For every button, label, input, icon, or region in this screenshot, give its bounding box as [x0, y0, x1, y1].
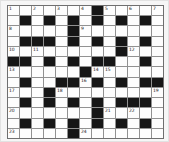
- black-cell: [68, 78, 79, 87]
- white-cell[interactable]: [104, 16, 115, 25]
- white-cell[interactable]: [44, 67, 55, 76]
- black-cell: [92, 6, 103, 15]
- white-cell[interactable]: [104, 129, 115, 138]
- white-cell[interactable]: [20, 67, 31, 76]
- white-cell[interactable]: [32, 16, 43, 25]
- black-cell: [116, 78, 127, 87]
- clue-number: 9: [81, 26, 84, 31]
- clue-number: 1: [9, 6, 12, 11]
- white-cell[interactable]: [116, 108, 127, 117]
- clue-number: 4: [81, 6, 84, 11]
- clue-number: 2: [33, 6, 36, 11]
- white-cell[interactable]: [8, 78, 19, 87]
- white-cell[interactable]: 16: [80, 78, 91, 87]
- white-cell[interactable]: [56, 37, 67, 46]
- white-cell[interactable]: [116, 57, 127, 66]
- white-cell[interactable]: [116, 6, 127, 15]
- white-cell[interactable]: [56, 119, 67, 128]
- white-cell[interactable]: [104, 98, 115, 107]
- clue-number: 16: [81, 78, 86, 83]
- black-cell: [20, 37, 31, 46]
- white-cell[interactable]: [56, 26, 67, 35]
- white-cell[interactable]: [104, 26, 115, 35]
- white-cell[interactable]: [8, 98, 19, 107]
- white-cell[interactable]: [80, 57, 91, 66]
- white-cell[interactable]: [68, 6, 79, 15]
- white-cell[interactable]: [68, 67, 79, 76]
- black-cell: [116, 37, 127, 46]
- clue-number: 14: [93, 67, 98, 72]
- white-cell[interactable]: [140, 67, 151, 76]
- black-cell: [68, 26, 79, 35]
- white-cell[interactable]: 2: [32, 6, 43, 15]
- white-cell[interactable]: 22: [128, 108, 139, 117]
- white-cell[interactable]: [80, 16, 91, 25]
- white-cell[interactable]: [140, 6, 151, 15]
- white-cell[interactable]: [56, 129, 67, 138]
- black-cell: [68, 129, 79, 138]
- black-cell: [140, 16, 151, 25]
- white-cell[interactable]: [116, 88, 127, 97]
- black-cell: [44, 16, 55, 25]
- white-cell[interactable]: [104, 88, 115, 97]
- white-cell[interactable]: [152, 47, 163, 56]
- white-cell[interactable]: [152, 37, 163, 46]
- white-cell[interactable]: [44, 47, 55, 56]
- white-cell[interactable]: [128, 57, 139, 66]
- black-cell: [68, 37, 79, 46]
- white-cell[interactable]: [56, 67, 67, 76]
- black-cell: [20, 78, 31, 87]
- clue-number: 21: [105, 108, 110, 113]
- white-cell[interactable]: [56, 57, 67, 66]
- black-cell: [140, 37, 151, 46]
- white-cell[interactable]: 19: [152, 88, 163, 97]
- white-cell[interactable]: [128, 16, 139, 25]
- clue-number: 12: [129, 47, 134, 52]
- white-cell[interactable]: [8, 119, 19, 128]
- black-cell: [128, 98, 139, 107]
- white-cell[interactable]: 17: [8, 88, 19, 97]
- clue-number: 18: [57, 88, 62, 93]
- black-cell: [140, 78, 151, 87]
- white-cell[interactable]: [80, 88, 91, 97]
- white-cell[interactable]: [32, 57, 43, 66]
- black-cell: [92, 37, 103, 46]
- white-cell[interactable]: [128, 78, 139, 87]
- black-cell: [104, 57, 115, 66]
- clue-number: 10: [9, 47, 14, 52]
- black-cell: [32, 37, 43, 46]
- white-cell[interactable]: 12: [128, 47, 139, 56]
- white-cell[interactable]: [116, 129, 127, 138]
- white-cell[interactable]: 1: [8, 6, 19, 15]
- white-cell[interactable]: 9: [80, 26, 91, 35]
- white-cell[interactable]: [8, 37, 19, 46]
- white-cell[interactable]: [32, 98, 43, 107]
- clue-number: 6: [129, 6, 132, 11]
- white-cell[interactable]: [140, 129, 151, 138]
- white-cell[interactable]: [32, 129, 43, 138]
- black-cell: [140, 98, 151, 107]
- white-cell[interactable]: [80, 47, 91, 56]
- white-cell[interactable]: [104, 47, 115, 56]
- white-cell[interactable]: [152, 26, 163, 35]
- white-cell[interactable]: [128, 26, 139, 35]
- white-cell[interactable]: 11: [32, 47, 43, 56]
- white-cell[interactable]: [92, 26, 103, 35]
- white-cell[interactable]: [32, 78, 43, 87]
- clue-number: 15: [105, 67, 110, 72]
- white-cell[interactable]: [104, 119, 115, 128]
- white-cell[interactable]: [104, 78, 115, 87]
- clue-number: 7: [153, 6, 156, 11]
- white-cell[interactable]: [128, 67, 139, 76]
- white-cell[interactable]: [32, 88, 43, 97]
- white-cell[interactable]: [92, 129, 103, 138]
- white-cell[interactable]: [32, 119, 43, 128]
- clue-number: 20: [9, 108, 14, 113]
- black-cell: [140, 57, 151, 66]
- black-cell: [68, 57, 79, 66]
- white-cell[interactable]: [56, 16, 67, 25]
- black-cell: [116, 16, 127, 25]
- white-cell[interactable]: 10: [8, 47, 19, 56]
- white-cell[interactable]: [20, 88, 31, 97]
- black-cell: [92, 108, 103, 117]
- white-cell[interactable]: [44, 108, 55, 117]
- white-cell[interactable]: 8: [8, 26, 19, 35]
- clue-number: 13: [9, 67, 14, 72]
- white-cell[interactable]: [32, 108, 43, 117]
- white-cell[interactable]: [152, 57, 163, 66]
- white-cell[interactable]: [8, 16, 19, 25]
- clue-number: 8: [9, 26, 12, 31]
- white-cell[interactable]: [116, 26, 127, 35]
- black-cell: [92, 57, 103, 66]
- white-cell[interactable]: [20, 129, 31, 138]
- white-cell[interactable]: [152, 67, 163, 76]
- white-cell[interactable]: [68, 47, 79, 56]
- white-cell[interactable]: [80, 119, 91, 128]
- white-cell[interactable]: 14: [92, 67, 103, 76]
- crossword-page: 123456789101112131415161718192021222324: [0, 0, 169, 142]
- white-cell[interactable]: [128, 129, 139, 138]
- white-cell[interactable]: [92, 47, 103, 56]
- white-cell[interactable]: 7: [152, 6, 163, 15]
- black-cell: [92, 78, 103, 87]
- white-cell[interactable]: [68, 88, 79, 97]
- white-cell[interactable]: [20, 6, 31, 15]
- white-cell[interactable]: [44, 129, 55, 138]
- clue-number: 5: [105, 6, 108, 11]
- white-cell[interactable]: 4: [80, 6, 91, 15]
- white-cell[interactable]: [32, 26, 43, 35]
- white-cell[interactable]: [128, 88, 139, 97]
- black-cell: [8, 57, 19, 66]
- clue-number: 3: [57, 6, 60, 11]
- black-cell: [56, 78, 67, 87]
- black-cell: [44, 88, 55, 97]
- clue-number: 24: [81, 129, 86, 134]
- black-cell: [140, 119, 151, 128]
- black-cell: [92, 98, 103, 107]
- white-cell[interactable]: 18: [56, 88, 67, 97]
- white-cell[interactable]: [152, 129, 163, 138]
- black-cell: [68, 119, 79, 128]
- white-cell[interactable]: [92, 88, 103, 97]
- black-cell: [20, 119, 31, 128]
- white-cell[interactable]: [80, 108, 91, 117]
- white-cell[interactable]: [44, 78, 55, 87]
- clue-number: 22: [129, 108, 134, 113]
- white-cell[interactable]: [152, 16, 163, 25]
- white-cell[interactable]: [152, 119, 163, 128]
- white-cell[interactable]: 20: [8, 108, 19, 117]
- white-cell[interactable]: [128, 37, 139, 46]
- black-cell: [44, 98, 55, 107]
- clue-number: 23: [9, 129, 14, 134]
- crossword-grid: 123456789101112131415161718192021222324: [7, 5, 164, 139]
- white-cell[interactable]: [140, 108, 151, 117]
- white-cell[interactable]: [80, 37, 91, 46]
- clue-number: 17: [9, 88, 14, 93]
- white-cell[interactable]: 5: [104, 6, 115, 15]
- white-cell[interactable]: 23: [8, 129, 19, 138]
- black-cell: [116, 98, 127, 107]
- white-cell[interactable]: 21: [104, 108, 115, 117]
- clue-number: 11: [33, 47, 38, 52]
- white-cell[interactable]: 3: [56, 6, 67, 15]
- white-cell[interactable]: 13: [8, 67, 19, 76]
- black-cell: [20, 98, 31, 107]
- black-cell: [92, 119, 103, 128]
- white-cell[interactable]: [56, 47, 67, 56]
- white-cell[interactable]: [20, 108, 31, 117]
- black-cell: [116, 119, 127, 128]
- white-cell[interactable]: [104, 37, 115, 46]
- black-cell: [44, 37, 55, 46]
- black-cell: [20, 57, 31, 66]
- white-cell[interactable]: 15: [104, 67, 115, 76]
- black-cell: [44, 57, 55, 66]
- black-cell: [20, 16, 31, 25]
- white-cell[interactable]: [20, 47, 31, 56]
- white-cell[interactable]: [128, 119, 139, 128]
- white-cell[interactable]: [20, 26, 31, 35]
- white-cell[interactable]: [140, 26, 151, 35]
- white-cell[interactable]: [140, 47, 151, 56]
- white-cell[interactable]: [80, 98, 91, 107]
- black-cell: [92, 16, 103, 25]
- black-cell: [116, 47, 127, 56]
- white-cell[interactable]: [44, 6, 55, 15]
- black-cell: [68, 98, 79, 107]
- white-cell[interactable]: 24: [80, 129, 91, 138]
- clue-number: 19: [153, 88, 158, 93]
- white-cell[interactable]: [116, 67, 127, 76]
- white-cell[interactable]: [56, 108, 67, 117]
- black-cell: [152, 78, 163, 87]
- white-cell[interactable]: [152, 98, 163, 107]
- black-cell: [44, 119, 55, 128]
- white-cell[interactable]: [68, 108, 79, 117]
- black-cell: [80, 67, 91, 76]
- white-cell[interactable]: [140, 88, 151, 97]
- white-cell[interactable]: [152, 108, 163, 117]
- white-cell[interactable]: [44, 26, 55, 35]
- white-cell[interactable]: 6: [128, 6, 139, 15]
- white-cell[interactable]: [32, 67, 43, 76]
- white-cell[interactable]: [56, 98, 67, 107]
- black-cell: [68, 16, 79, 25]
